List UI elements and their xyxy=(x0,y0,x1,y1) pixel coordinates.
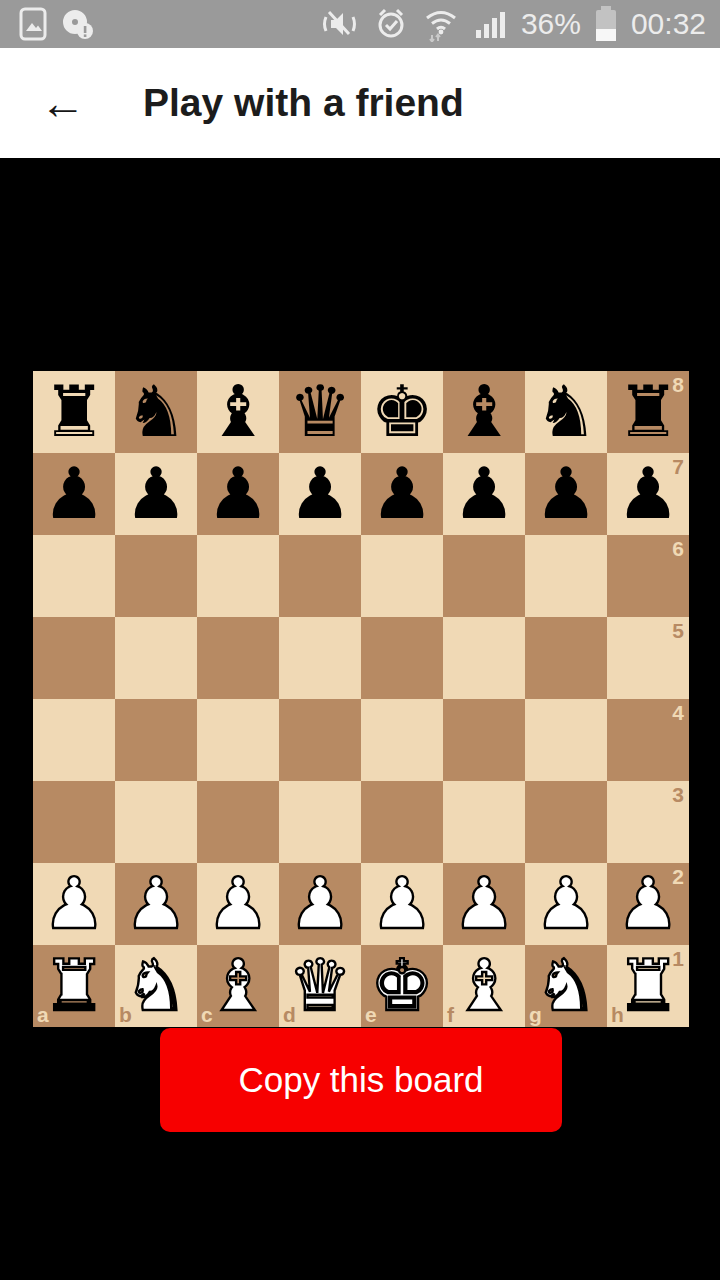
piece-black-pawn[interactable]: ♟ xyxy=(452,453,516,535)
square-d6[interactable] xyxy=(279,535,361,617)
piece-black-rook[interactable]: ♜ xyxy=(42,371,106,453)
screenshot-icon xyxy=(19,7,47,41)
square-f5[interactable] xyxy=(443,617,525,699)
rank-label-4: 4 xyxy=(672,702,684,723)
rank-label-2: 2 xyxy=(672,866,684,887)
media-error-icon xyxy=(61,7,97,41)
square-b7[interactable]: ♟ xyxy=(115,453,197,535)
piece-black-rook[interactable]: ♜ xyxy=(616,371,680,453)
piece-black-king[interactable]: ♚ xyxy=(370,371,434,453)
piece-white-queen[interactable]: ♛ xyxy=(288,945,352,1027)
piece-black-knight[interactable]: ♞ xyxy=(534,371,598,453)
file-label-h: h xyxy=(611,1004,624,1025)
square-b2[interactable]: ♟ xyxy=(115,863,197,945)
piece-black-pawn[interactable]: ♟ xyxy=(288,453,352,535)
piece-black-queen[interactable]: ♛ xyxy=(288,371,352,453)
square-a3[interactable] xyxy=(33,781,115,863)
file-label-e: e xyxy=(365,1004,377,1025)
chess-board: ♜♞♝♛♚♝♞♜8♟♟♟♟♟♟♟♟76543♟♟♟♟♟♟♟♟2♜a♞b♝c♛d♚… xyxy=(33,371,689,1027)
square-b5[interactable] xyxy=(115,617,197,699)
square-b8[interactable]: ♞ xyxy=(115,371,197,453)
square-d5[interactable] xyxy=(279,617,361,699)
piece-white-pawn[interactable]: ♟ xyxy=(616,863,680,945)
square-e6[interactable] xyxy=(361,535,443,617)
piece-white-pawn[interactable]: ♟ xyxy=(124,863,188,945)
square-a5[interactable] xyxy=(33,617,115,699)
piece-black-bishop[interactable]: ♝ xyxy=(206,371,270,453)
piece-black-pawn[interactable]: ♟ xyxy=(616,453,680,535)
square-e4[interactable] xyxy=(361,699,443,781)
square-d8[interactable]: ♛ xyxy=(279,371,361,453)
file-label-c: c xyxy=(201,1004,213,1025)
alarm-icon xyxy=(374,7,408,41)
piece-black-bishop[interactable]: ♝ xyxy=(452,371,516,453)
square-e5[interactable] xyxy=(361,617,443,699)
header: ← Play with a friend xyxy=(0,48,720,158)
square-g5[interactable] xyxy=(525,617,607,699)
wifi-icon xyxy=(422,6,460,42)
square-c5[interactable] xyxy=(197,617,279,699)
square-g2[interactable]: ♟ xyxy=(525,863,607,945)
rank-label-1: 1 xyxy=(672,948,684,969)
square-c7[interactable]: ♟ xyxy=(197,453,279,535)
square-d4[interactable] xyxy=(279,699,361,781)
battery-percent: 36% xyxy=(521,0,581,48)
square-g6[interactable] xyxy=(525,535,607,617)
piece-black-pawn[interactable]: ♟ xyxy=(534,453,598,535)
rank-label-8: 8 xyxy=(672,374,684,395)
piece-white-bishop[interactable]: ♝ xyxy=(206,945,270,1027)
square-h4[interactable]: 4 xyxy=(607,699,689,781)
square-a4[interactable] xyxy=(33,699,115,781)
square-a1[interactable]: ♜a xyxy=(33,945,115,1027)
square-e2[interactable]: ♟ xyxy=(361,863,443,945)
square-a2[interactable]: ♟ xyxy=(33,863,115,945)
rank-label-6: 6 xyxy=(672,538,684,559)
square-f3[interactable] xyxy=(443,781,525,863)
signal-strength-icon xyxy=(474,8,508,40)
square-c4[interactable] xyxy=(197,699,279,781)
piece-white-bishop[interactable]: ♝ xyxy=(452,945,516,1027)
file-label-g: g xyxy=(529,1004,542,1025)
rank-label-5: 5 xyxy=(672,620,684,641)
piece-black-pawn[interactable]: ♟ xyxy=(124,453,188,535)
piece-white-knight[interactable]: ♞ xyxy=(534,945,598,1027)
piece-white-rook[interactable]: ♜ xyxy=(616,945,680,1027)
square-a8[interactable]: ♜ xyxy=(33,371,115,453)
square-h7[interactable]: ♟7 xyxy=(607,453,689,535)
piece-white-pawn[interactable]: ♟ xyxy=(42,863,106,945)
file-label-f: f xyxy=(447,1004,454,1025)
square-e1[interactable]: ♚e xyxy=(361,945,443,1027)
square-h8[interactable]: ♜8 xyxy=(607,371,689,453)
square-f1[interactable]: ♝f xyxy=(443,945,525,1027)
screen: 36% 00:32 ← Play with a friend ♜♞♝♛♚♝♞♜8… xyxy=(0,0,720,1280)
square-a6[interactable] xyxy=(33,535,115,617)
square-f4[interactable] xyxy=(443,699,525,781)
piece-white-pawn[interactable]: ♟ xyxy=(288,863,352,945)
square-f6[interactable] xyxy=(443,535,525,617)
clock-text: 00:32 xyxy=(631,0,706,48)
piece-black-pawn[interactable]: ♟ xyxy=(370,453,434,535)
piece-white-knight[interactable]: ♞ xyxy=(124,945,188,1027)
battery-icon xyxy=(594,5,618,43)
status-bar: 36% 00:32 xyxy=(0,0,720,48)
vibrate-icon xyxy=(320,8,360,40)
square-b3[interactable] xyxy=(115,781,197,863)
square-c8[interactable]: ♝ xyxy=(197,371,279,453)
square-f7[interactable]: ♟ xyxy=(443,453,525,535)
rank-label-7: 7 xyxy=(672,456,684,477)
piece-white-pawn[interactable]: ♟ xyxy=(206,863,270,945)
square-c2[interactable]: ♟ xyxy=(197,863,279,945)
square-g1[interactable]: ♞g xyxy=(525,945,607,1027)
square-e7[interactable]: ♟ xyxy=(361,453,443,535)
square-h3[interactable]: 3 xyxy=(607,781,689,863)
file-label-a: a xyxy=(37,1004,49,1025)
piece-white-rook[interactable]: ♜ xyxy=(42,945,106,1027)
square-d3[interactable] xyxy=(279,781,361,863)
square-a7[interactable]: ♟ xyxy=(33,453,115,535)
square-g7[interactable]: ♟ xyxy=(525,453,607,535)
square-b6[interactable] xyxy=(115,535,197,617)
square-h2[interactable]: ♟2 xyxy=(607,863,689,945)
square-e8[interactable]: ♚ xyxy=(361,371,443,453)
copy-board-button[interactable]: Copy this board xyxy=(160,1028,562,1132)
square-g8[interactable]: ♞ xyxy=(525,371,607,453)
piece-white-pawn[interactable]: ♟ xyxy=(534,863,598,945)
piece-white-pawn[interactable]: ♟ xyxy=(370,863,434,945)
back-button[interactable]: ← xyxy=(38,78,88,128)
square-e3[interactable] xyxy=(361,781,443,863)
square-h5[interactable]: 5 xyxy=(607,617,689,699)
square-f8[interactable]: ♝ xyxy=(443,371,525,453)
piece-white-pawn[interactable]: ♟ xyxy=(452,863,516,945)
square-b4[interactable] xyxy=(115,699,197,781)
square-g4[interactable] xyxy=(525,699,607,781)
page-title: Play with a friend xyxy=(143,81,464,125)
piece-black-knight[interactable]: ♞ xyxy=(124,371,188,453)
square-d7[interactable]: ♟ xyxy=(279,453,361,535)
square-g3[interactable] xyxy=(525,781,607,863)
square-d1[interactable]: ♛d xyxy=(279,945,361,1027)
square-d2[interactable]: ♟ xyxy=(279,863,361,945)
piece-white-king[interactable]: ♚ xyxy=(370,945,434,1027)
piece-black-pawn[interactable]: ♟ xyxy=(42,453,106,535)
piece-black-pawn[interactable]: ♟ xyxy=(206,453,270,535)
square-b1[interactable]: ♞b xyxy=(115,945,197,1027)
square-c3[interactable] xyxy=(197,781,279,863)
rank-label-3: 3 xyxy=(672,784,684,805)
file-label-b: b xyxy=(119,1004,132,1025)
square-f2[interactable]: ♟ xyxy=(443,863,525,945)
square-h6[interactable]: 6 xyxy=(607,535,689,617)
file-label-d: d xyxy=(283,1004,296,1025)
square-c6[interactable] xyxy=(197,535,279,617)
square-h1[interactable]: ♜1h xyxy=(607,945,689,1027)
square-c1[interactable]: ♝c xyxy=(197,945,279,1027)
